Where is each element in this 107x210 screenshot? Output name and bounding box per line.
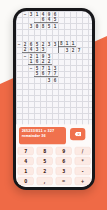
key-9[interactable]: 9 (56, 147, 72, 155)
phone-frame: −3149664530851−2652338112433327−21931622… (13, 8, 95, 190)
key-multiply[interactable]: * (75, 157, 91, 165)
key-7[interactable]: 7 (18, 147, 34, 155)
key-8[interactable]: 8 (37, 147, 53, 155)
grid-cell (88, 77, 92, 83)
keypad: 789/456*123-0,=+ (18, 147, 91, 185)
key-equals[interactable]: = (56, 177, 72, 185)
key-comma[interactable]: , (37, 177, 53, 185)
key-divide[interactable]: / (75, 147, 91, 155)
calculator-display: 265233/811 = 327 remainder 36 (19, 127, 66, 144)
key-add[interactable]: + (75, 177, 91, 185)
key-1[interactable]: 1 (18, 167, 34, 175)
backspace-icon (74, 132, 80, 136)
key-subtract[interactable]: - (75, 167, 91, 175)
math-grid: −3149664530851−2652338112433327−21931622… (16, 11, 92, 83)
key-3[interactable]: 3 (56, 167, 72, 175)
key-6[interactable]: 6 (56, 157, 72, 165)
calculator-panel: 265233/811 = 327 remainder 36 789/456*12… (16, 124, 92, 187)
key-0[interactable]: 0 (18, 177, 34, 185)
backspace-button[interactable] (70, 128, 85, 140)
key-5[interactable]: 5 (37, 157, 53, 165)
key-2[interactable]: 2 (37, 167, 53, 175)
phone-screen: −3149664530851−2652338112433327−21931622… (16, 11, 92, 187)
stage: −3149664530851−2652338112433327−21931622… (0, 0, 107, 210)
key-4[interactable]: 4 (18, 157, 34, 165)
